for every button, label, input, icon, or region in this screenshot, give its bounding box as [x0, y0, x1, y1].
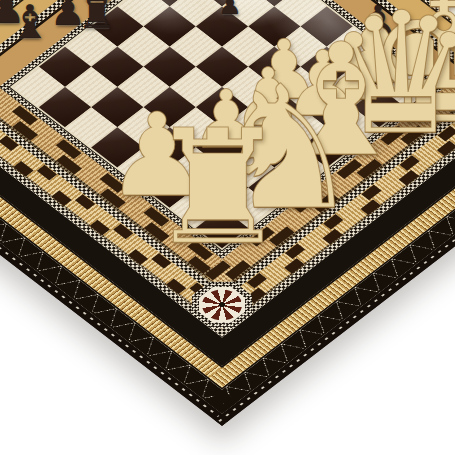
piece-shadow — [336, 90, 379, 101]
piece-shadow — [242, 186, 344, 212]
chess-piece-white-pawn-4: ♟ — [283, 39, 364, 129]
chess-piece-white-king: ♚ — [366, 0, 455, 148]
piece-shadow — [205, 138, 253, 150]
chess-piece-white-pawn-1: ♟ — [332, 2, 417, 97]
piece-shadow — [301, 135, 394, 158]
chess-piece-black-bishop-left: ♝ — [9, 0, 50, 45]
chess-piece-white-pawn-2: ♟ — [247, 29, 321, 111]
piece-shadow — [86, 23, 112, 30]
chess-piece-white-rook: ♜ — [147, 108, 289, 266]
chess-piece-black-pawn-behind-queen: ♟ — [358, 0, 397, 44]
photo-stage: ♟♟♟♜♟♝♟♟♟♟♚♟♛♟♝♟♞♜ — [0, 0, 455, 455]
piece-shadow — [300, 104, 354, 118]
chess-piece-white-queen: ♛ — [326, 0, 455, 158]
chess-piece-black-pawn-far-left: ♟ — [50, 0, 86, 31]
piece-shadow — [357, 112, 455, 137]
piece-shadow — [58, 20, 82, 26]
chess-piece-white-pawn-3: ♟ — [323, 38, 388, 110]
chess-piece-white-pawn-6: ♟ — [190, 80, 262, 160]
pieces-layer: ♟♟♟♜♟♝♟♟♟♟♚♟♛♟♝♟♞♜ — [0, 0, 455, 455]
piece-shadow — [0, 18, 21, 25]
piece-shadow — [247, 116, 295, 128]
chess-piece-white-pawn-7: ♟ — [105, 98, 208, 213]
chess-piece-white-pawn-5: ♟ — [232, 58, 304, 138]
piece-shadow — [399, 99, 455, 125]
piece-shadow — [18, 33, 46, 40]
chess-piece-white-knight: ♞ — [210, 63, 362, 233]
chess-piece-black-pawn-far-center: ♟ — [218, 0, 241, 18]
chess-piece-white-bishop: ♝ — [272, 23, 411, 178]
piece-shadow — [127, 181, 196, 198]
piece-shadow — [223, 11, 239, 15]
chess-piece-black-pawn-far-left-edge: ♟ — [0, 0, 26, 30]
piece-shadow — [177, 223, 272, 247]
piece-shadow — [350, 71, 407, 85]
piece-shadow — [263, 88, 312, 100]
chess-piece-black-rook-far: ♜ — [77, 0, 116, 35]
piece-shadow — [367, 32, 393, 39]
